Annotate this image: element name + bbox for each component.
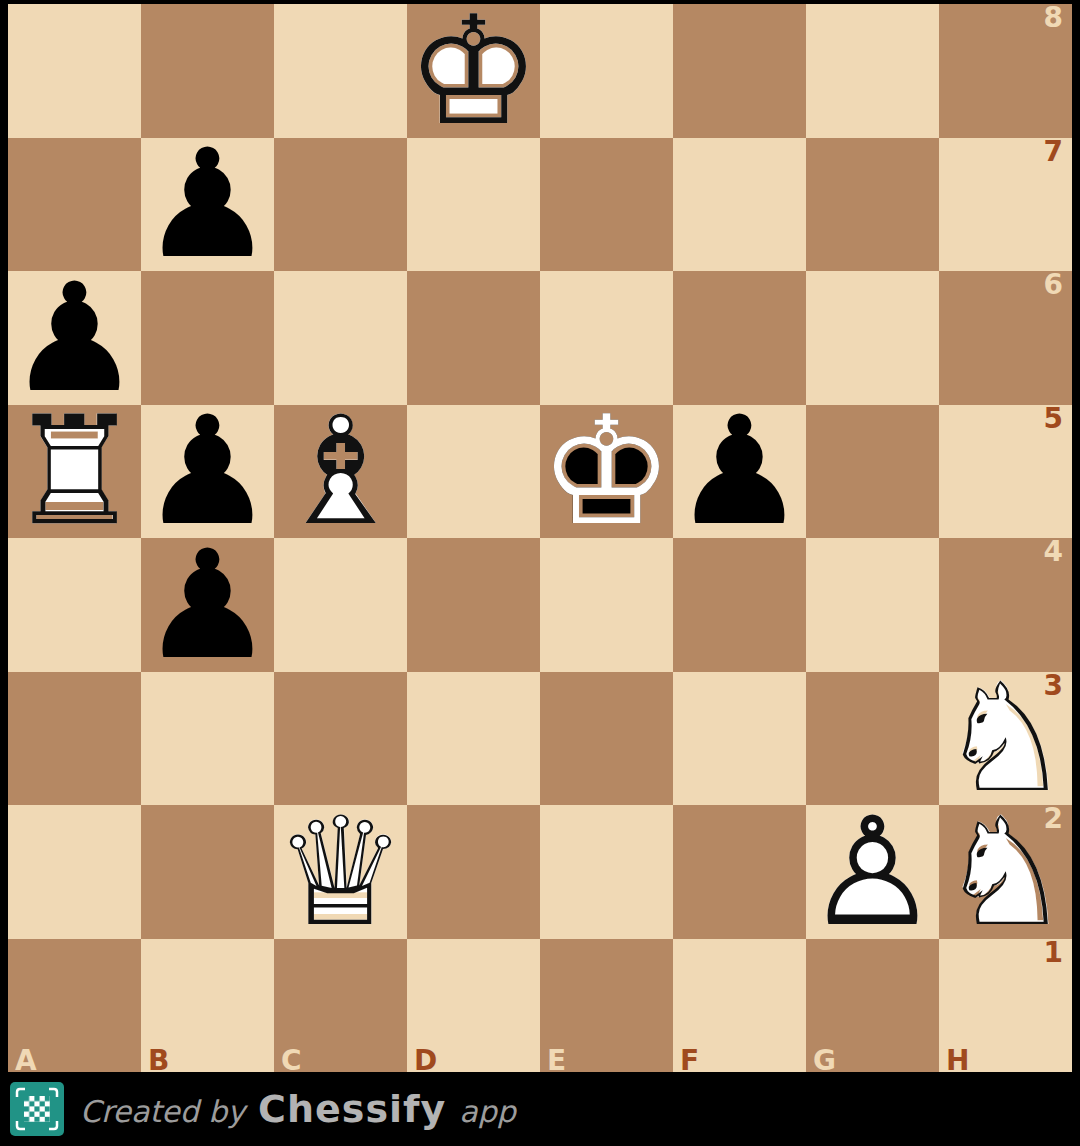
square-f3 (673, 672, 806, 806)
square-g4 (806, 538, 939, 672)
square-a5: ♜♖ (8, 405, 141, 539)
chess-board: ♚♔8♟7♟6♜♖♟♝♗♚♔♟5♟4♞♘3♛♕♟♙♞♘2ABCDEFG1H (8, 4, 1072, 1072)
square-h7: 7 (939, 138, 1072, 272)
file-label-h: H (946, 1047, 969, 1075)
square-f1: F (673, 939, 806, 1073)
square-f4 (673, 538, 806, 672)
white-bishop: ♝♗ (274, 405, 407, 539)
square-c5: ♝♗ (274, 405, 407, 539)
square-f8 (673, 4, 806, 138)
footer-text: Created by Chessify app (80, 1087, 516, 1131)
square-e4 (540, 538, 673, 672)
square-h8: 8 (939, 4, 1072, 138)
square-a2 (8, 805, 141, 939)
square-e8 (540, 4, 673, 138)
square-e2 (540, 805, 673, 939)
square-c8 (274, 4, 407, 138)
chessify-logo-icon (10, 1082, 64, 1136)
square-c2: ♛♕ (274, 805, 407, 939)
black-pawn: ♟ (673, 405, 806, 539)
black-pawn: ♟ (141, 538, 274, 672)
square-d4 (407, 538, 540, 672)
square-f7 (673, 138, 806, 272)
square-e3 (540, 672, 673, 806)
square-b1: B (141, 939, 274, 1073)
square-e1: E (540, 939, 673, 1073)
white-rook: ♜♖ (8, 405, 141, 539)
footer-created-by: Created by (80, 1094, 245, 1129)
rank-label-3: 3 (1044, 672, 1063, 700)
white-queen: ♛♕ (274, 805, 407, 939)
square-f2 (673, 805, 806, 939)
file-label-e: E (547, 1047, 566, 1075)
square-d8: ♚♔ (407, 4, 540, 138)
square-c4 (274, 538, 407, 672)
square-g8 (806, 4, 939, 138)
rank-label-6: 6 (1044, 271, 1063, 299)
square-d3 (407, 672, 540, 806)
square-g5 (806, 405, 939, 539)
square-g1: G (806, 939, 939, 1073)
square-c1: C (274, 939, 407, 1073)
file-label-c: C (281, 1047, 302, 1075)
black-king: ♚♔ (540, 405, 673, 539)
square-g2: ♟♙ (806, 805, 939, 939)
rank-label-5: 5 (1044, 405, 1063, 433)
square-b7: ♟ (141, 138, 274, 272)
black-pawn: ♟ (141, 138, 274, 272)
white-king: ♚♔ (407, 4, 540, 138)
square-h5: 5 (939, 405, 1072, 539)
rank-label-2: 2 (1044, 805, 1063, 833)
square-e7 (540, 138, 673, 272)
square-a4 (8, 538, 141, 672)
footer: Created by Chessify app (0, 1072, 1080, 1146)
board-image: ♚♔8♟7♟6♜♖♟♝♗♚♔♟5♟4♞♘3♛♕♟♙♞♘2ABCDEFG1H Cr… (0, 0, 1080, 1146)
file-label-f: F (680, 1047, 699, 1075)
square-d5 (407, 405, 540, 539)
footer-brand: Chessify (258, 1087, 446, 1131)
square-h6: 6 (939, 271, 1072, 405)
square-h2: ♞♘2 (939, 805, 1072, 939)
rank-label-7: 7 (1044, 138, 1063, 166)
rank-label-8: 8 (1044, 4, 1063, 32)
square-b4: ♟ (141, 538, 274, 672)
file-label-g: G (813, 1047, 836, 1075)
square-d2 (407, 805, 540, 939)
square-d7 (407, 138, 540, 272)
square-f5: ♟ (673, 405, 806, 539)
white-pawn: ♟♙ (806, 805, 939, 939)
square-e5: ♚♔ (540, 405, 673, 539)
file-label-a: A (15, 1047, 37, 1075)
square-g7 (806, 138, 939, 272)
square-d6 (407, 271, 540, 405)
footer-app: app (459, 1094, 515, 1129)
square-a1: A (8, 939, 141, 1073)
rank-label-4: 4 (1044, 538, 1063, 566)
square-h1: 1H (939, 939, 1072, 1073)
square-g6 (806, 271, 939, 405)
square-a3 (8, 672, 141, 806)
square-d1: D (407, 939, 540, 1073)
file-label-d: D (414, 1047, 437, 1075)
square-b3 (141, 672, 274, 806)
file-label-b: B (148, 1047, 169, 1075)
square-b2 (141, 805, 274, 939)
rank-label-1: 1 (1044, 939, 1063, 967)
square-c7 (274, 138, 407, 272)
square-a8 (8, 4, 141, 138)
